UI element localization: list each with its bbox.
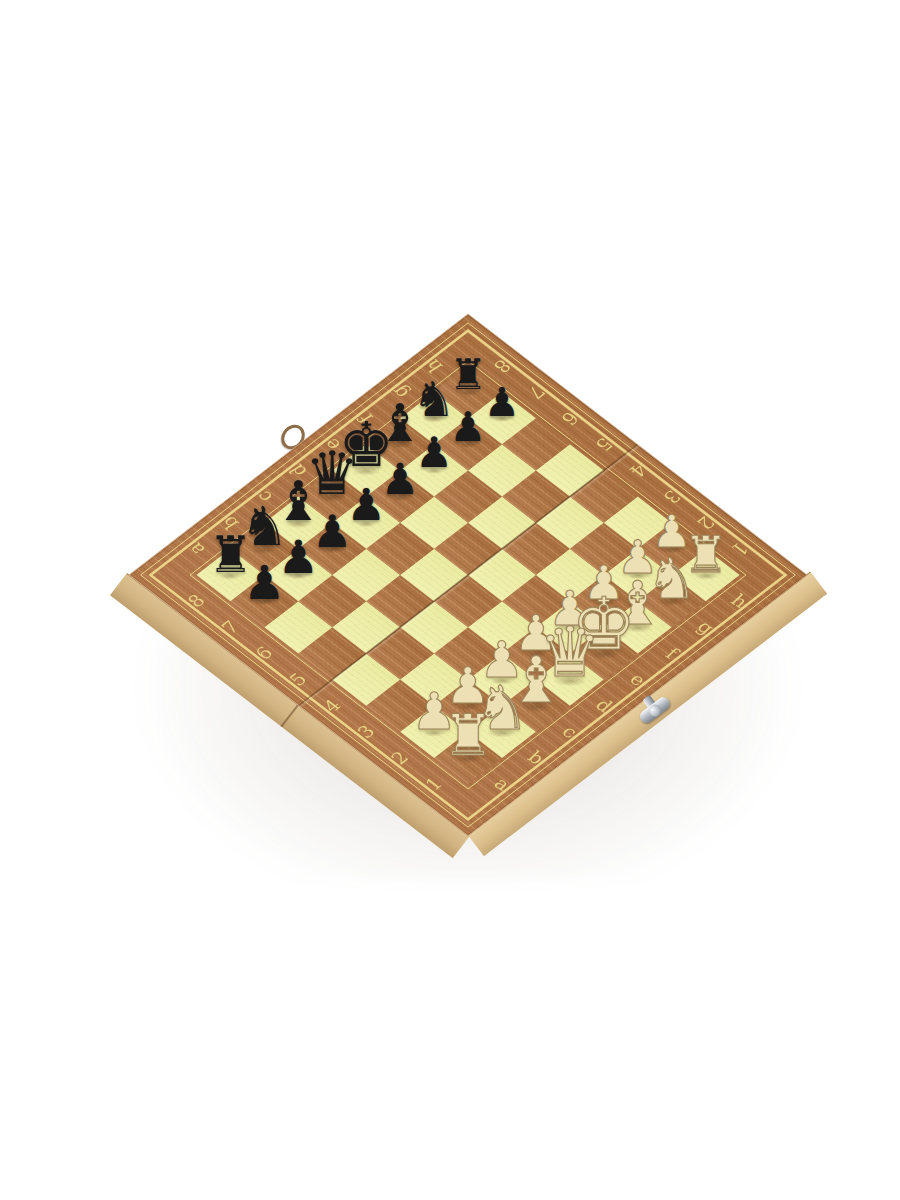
label-rank-7-afile: 7 <box>213 614 247 640</box>
label-file-g-rank1: g <box>689 614 723 640</box>
label-file-d-rank1: d <box>587 693 621 719</box>
label-file-h-rank1: h <box>723 588 757 614</box>
label-rank-8-afile: 8 <box>180 588 214 614</box>
label-file-f-rank1: f <box>655 640 689 666</box>
label-file-a-rank1: a <box>485 771 519 797</box>
label-rank-4-afile: 4 <box>315 693 349 719</box>
piece-black-pawn-a7[interactable]: ♟ <box>243 559 285 606</box>
label-rank-3-afile: 3 <box>349 719 383 745</box>
label-rank-5-afile: 5 <box>281 666 315 692</box>
piece-black-pawn-g7[interactable]: ♟ <box>450 407 487 448</box>
label-rank-6-afile: 6 <box>247 640 281 666</box>
label-rank-6-hfile: 6 <box>553 405 587 431</box>
label-file-b-rank1: b <box>519 745 553 771</box>
label-rank-4-hfile: 4 <box>621 457 655 483</box>
label-rank-7-hfile: 7 <box>519 379 553 405</box>
label-rank-2-afile: 2 <box>383 745 417 771</box>
fold-cut-mark <box>281 705 299 728</box>
piece-white-rook-a1[interactable]: ♜ <box>442 707 493 764</box>
label-file-e-rank1: e <box>621 667 655 693</box>
piece-black-pawn-e7[interactable]: ♟ <box>381 458 420 501</box>
piece-black-pawn-h7[interactable]: ♟ <box>484 382 520 422</box>
label-rank-8-hfile: 8 <box>485 353 519 379</box>
label-rank-1-afile: 1 <box>417 771 451 797</box>
label-rank-5-hfile: 5 <box>587 431 621 457</box>
label-file-c-rank1: c <box>553 719 587 745</box>
piece-black-pawn-f7[interactable]: ♟ <box>415 432 453 474</box>
photo-canvas: 88hh77gg66ff55ee44dd33cc22bb11aa ♜♞♝♛♚♝♞… <box>0 0 900 1200</box>
